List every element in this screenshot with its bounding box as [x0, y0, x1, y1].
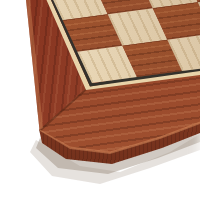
chessboard-corner-photo: [0, 0, 200, 200]
